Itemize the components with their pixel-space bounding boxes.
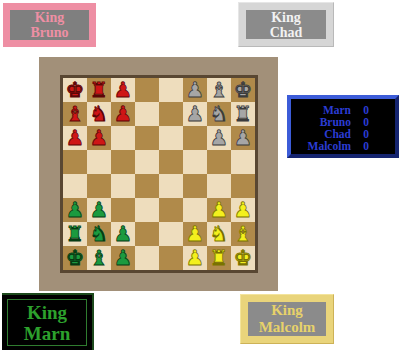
square-a3[interactable]: ♟ <box>63 198 87 222</box>
square-h6[interactable]: ♟ <box>231 126 255 150</box>
player-plate-chad: King Chad <box>238 2 334 47</box>
square-h2[interactable]: ♝ <box>231 222 255 246</box>
board-frame: ♚♜♟♟♝♚♝♞♟♟♞♜♟♟♟♟♟♟♟♟♜♞♟♟♞♝♚♝♟♟♜♚ <box>39 57 278 291</box>
malcolm-label-line2: Malcolm <box>259 319 316 336</box>
game-window: King Bruno King Chad Marn0Bruno0Chad0Mal… <box>0 0 400 352</box>
square-c5[interactable] <box>111 150 135 174</box>
green-king-piece: ♚ <box>66 246 85 270</box>
square-f4[interactable] <box>183 174 207 198</box>
square-d2[interactable] <box>135 222 159 246</box>
green-pawn-piece: ♟ <box>90 198 109 222</box>
scoreboard-rows: Marn0Bruno0Chad0Malcolm0 <box>291 104 395 152</box>
square-b2[interactable]: ♞ <box>87 222 111 246</box>
red-knight-piece: ♞ <box>90 102 109 126</box>
red-king-piece: ♚ <box>66 78 85 102</box>
score-row-marn: Marn0 <box>291 104 395 116</box>
player-plate-bruno-label: King Bruno <box>10 10 89 40</box>
square-c7[interactable]: ♟ <box>111 102 135 126</box>
red-pawn-piece: ♟ <box>114 102 133 126</box>
square-e5[interactable] <box>159 150 183 174</box>
red-pawn-piece: ♟ <box>114 78 133 102</box>
green-pawn-piece: ♟ <box>114 246 133 270</box>
square-c4[interactable] <box>111 174 135 198</box>
player-plate-malcolm: King Malcolm <box>240 294 334 344</box>
score-player-value: 0 <box>353 116 369 128</box>
bruno-label-line2: Bruno <box>30 25 68 40</box>
square-e4[interactable] <box>159 174 183 198</box>
square-h3[interactable]: ♟ <box>231 198 255 222</box>
green-pawn-piece: ♟ <box>114 222 133 246</box>
score-panel: Marn0Bruno0Chad0Malcolm0 <box>287 95 399 158</box>
square-f2[interactable]: ♟ <box>183 222 207 246</box>
red-rook-piece: ♜ <box>90 78 109 102</box>
score-row-chad: Chad0 <box>291 128 395 140</box>
square-b5[interactable] <box>87 150 111 174</box>
score-player-name: Malcolm <box>291 140 351 152</box>
square-h8[interactable]: ♚ <box>231 78 255 102</box>
yellow-pawn-piece: ♟ <box>186 222 205 246</box>
player-plate-bruno: King Bruno <box>3 3 96 47</box>
player-plate-malcolm-label: King Malcolm <box>248 302 326 336</box>
square-c2[interactable]: ♟ <box>111 222 135 246</box>
square-g8[interactable]: ♝ <box>207 78 231 102</box>
silver-pawn-piece: ♟ <box>234 126 253 150</box>
square-g1[interactable]: ♜ <box>207 246 231 270</box>
square-a6[interactable]: ♟ <box>63 126 87 150</box>
score-player-value: 0 <box>353 104 369 116</box>
square-f1[interactable]: ♟ <box>183 246 207 270</box>
square-b1[interactable]: ♝ <box>87 246 111 270</box>
square-d8[interactable] <box>135 78 159 102</box>
square-d5[interactable] <box>135 150 159 174</box>
square-e3[interactable] <box>159 198 183 222</box>
square-a8[interactable]: ♚ <box>63 78 87 102</box>
square-e8[interactable] <box>159 78 183 102</box>
score-player-name: Marn <box>291 104 351 116</box>
score-row-bruno: Bruno0 <box>291 116 395 128</box>
square-c8[interactable]: ♟ <box>111 78 135 102</box>
square-d3[interactable] <box>135 198 159 222</box>
score-player-name: Bruno <box>291 116 351 128</box>
yellow-bishop-piece: ♝ <box>234 222 253 246</box>
yellow-knight-piece: ♞ <box>210 222 229 246</box>
square-f3[interactable] <box>183 198 207 222</box>
silver-pawn-piece: ♟ <box>210 126 229 150</box>
green-rook-piece: ♜ <box>66 222 85 246</box>
silver-bishop-piece: ♝ <box>210 78 229 102</box>
square-g2[interactable]: ♞ <box>207 222 231 246</box>
green-knight-piece: ♞ <box>90 222 109 246</box>
square-g4[interactable] <box>207 174 231 198</box>
red-pawn-piece: ♟ <box>66 126 85 150</box>
square-a2[interactable]: ♜ <box>63 222 87 246</box>
chad-label-line1: King <box>271 10 301 25</box>
bruno-label-line1: King <box>35 10 65 25</box>
board-grid: ♚♜♟♟♝♚♝♞♟♟♞♜♟♟♟♟♟♟♟♟♜♞♟♟♞♝♚♝♟♟♜♚ <box>63 78 255 270</box>
square-d7[interactable] <box>135 102 159 126</box>
square-a4[interactable] <box>63 174 87 198</box>
square-h1[interactable]: ♚ <box>231 246 255 270</box>
square-d6[interactable] <box>135 126 159 150</box>
square-e1[interactable] <box>159 246 183 270</box>
square-g3[interactable]: ♟ <box>207 198 231 222</box>
red-bishop-piece: ♝ <box>66 102 85 126</box>
player-plate-marn: King Marn <box>2 293 94 350</box>
square-d4[interactable] <box>135 174 159 198</box>
yellow-king-piece: ♚ <box>234 246 253 270</box>
square-g6[interactable]: ♟ <box>207 126 231 150</box>
green-bishop-piece: ♝ <box>90 246 109 270</box>
chad-label-line2: Chad <box>270 25 303 40</box>
board-border: ♚♜♟♟♝♚♝♞♟♟♞♜♟♟♟♟♟♟♟♟♜♞♟♟♞♝♚♝♟♟♜♚ <box>60 75 258 273</box>
square-b7[interactable]: ♞ <box>87 102 111 126</box>
silver-knight-piece: ♞ <box>210 102 229 126</box>
score-player-value: 0 <box>353 128 369 140</box>
silver-king-piece: ♚ <box>234 78 253 102</box>
square-g5[interactable] <box>207 150 231 174</box>
square-d1[interactable] <box>135 246 159 270</box>
player-plate-marn-label: King Marn <box>7 299 87 346</box>
square-c3[interactable] <box>111 198 135 222</box>
square-f8[interactable]: ♟ <box>183 78 207 102</box>
square-f7[interactable]: ♟ <box>183 102 207 126</box>
yellow-rook-piece: ♜ <box>210 246 229 270</box>
marn-label-line1: King <box>27 302 67 323</box>
square-g7[interactable]: ♞ <box>207 102 231 126</box>
square-h4[interactable] <box>231 174 255 198</box>
silver-pawn-piece: ♟ <box>186 102 205 126</box>
square-e6[interactable] <box>159 126 183 150</box>
square-a5[interactable] <box>63 150 87 174</box>
square-f5[interactable] <box>183 150 207 174</box>
yellow-pawn-piece: ♟ <box>234 198 253 222</box>
yellow-pawn-piece: ♟ <box>210 198 229 222</box>
yellow-pawn-piece: ♟ <box>186 246 205 270</box>
square-e2[interactable] <box>159 222 183 246</box>
square-b6[interactable]: ♟ <box>87 126 111 150</box>
score-player-value: 0 <box>353 140 369 152</box>
green-pawn-piece: ♟ <box>66 198 85 222</box>
malcolm-label-line1: King <box>271 302 303 319</box>
square-a7[interactable]: ♝ <box>63 102 87 126</box>
square-b4[interactable] <box>87 174 111 198</box>
square-c1[interactable]: ♟ <box>111 246 135 270</box>
square-e7[interactable] <box>159 102 183 126</box>
silver-rook-piece: ♜ <box>234 102 253 126</box>
score-row-malcolm: Malcolm0 <box>291 140 395 152</box>
square-f6[interactable] <box>183 126 207 150</box>
square-h5[interactable] <box>231 150 255 174</box>
square-c6[interactable] <box>111 126 135 150</box>
red-pawn-piece: ♟ <box>90 126 109 150</box>
square-b8[interactable]: ♜ <box>87 78 111 102</box>
player-plate-chad-label: King Chad <box>246 10 326 39</box>
score-player-name: Chad <box>291 128 351 140</box>
square-h7[interactable]: ♜ <box>231 102 255 126</box>
silver-pawn-piece: ♟ <box>186 78 205 102</box>
square-a1[interactable]: ♚ <box>63 246 87 270</box>
square-b3[interactable]: ♟ <box>87 198 111 222</box>
marn-label-line2: Marn <box>24 323 70 344</box>
